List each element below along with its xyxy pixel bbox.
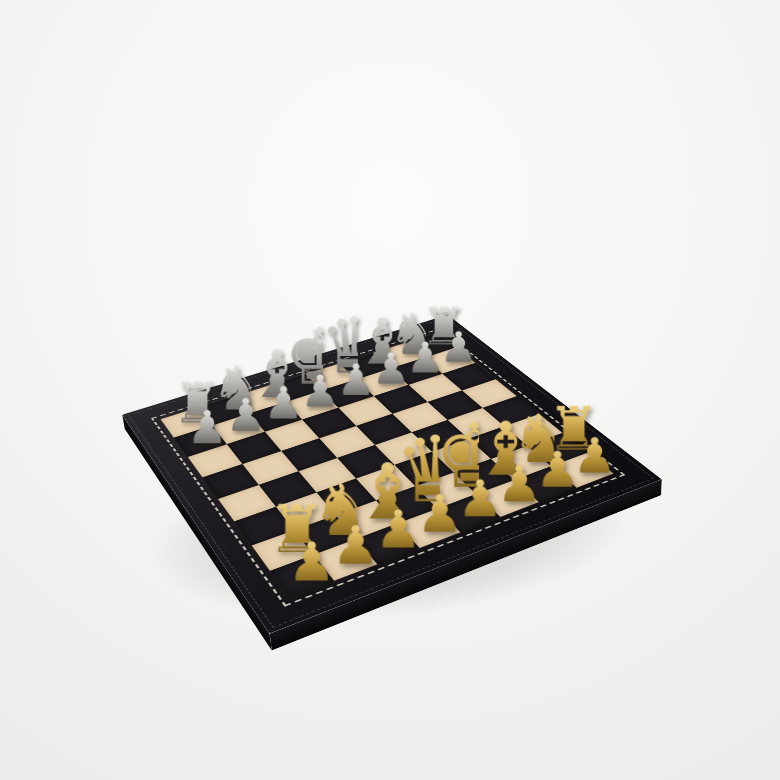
silver-pawn-d7[interactable]: ♟ — [300, 369, 340, 413]
silver-pawn-f7[interactable]: ♟ — [371, 347, 410, 390]
gold-pawn-c1[interactable]: ♟ — [374, 503, 422, 555]
silver-pawn-g7[interactable]: ♟ — [406, 337, 445, 379]
silver-pawn-h7[interactable]: ♟ — [439, 326, 477, 368]
silver-pawn-c7[interactable]: ♟ — [263, 381, 304, 426]
gold-pawn-d1[interactable]: ♟ — [416, 488, 463, 540]
chess-set-photo: ♜♞♝♚♛♝♞♜♟♟♟♟♟♟♟♟♜♞♝♛♚♝♞♜♟♟♟♟♟♟♟♟ — [0, 0, 780, 780]
gold-pawn-e1[interactable]: ♟ — [457, 473, 503, 524]
gold-pawn-a1[interactable]: ♟ — [287, 535, 336, 589]
silver-pawn-b7[interactable]: ♟ — [225, 393, 266, 438]
silver-pawn-e7[interactable]: ♟ — [336, 358, 376, 401]
silver-pawn-a7[interactable]: ♟ — [186, 405, 228, 451]
gold-pawn-b1[interactable]: ♟ — [331, 519, 380, 572]
